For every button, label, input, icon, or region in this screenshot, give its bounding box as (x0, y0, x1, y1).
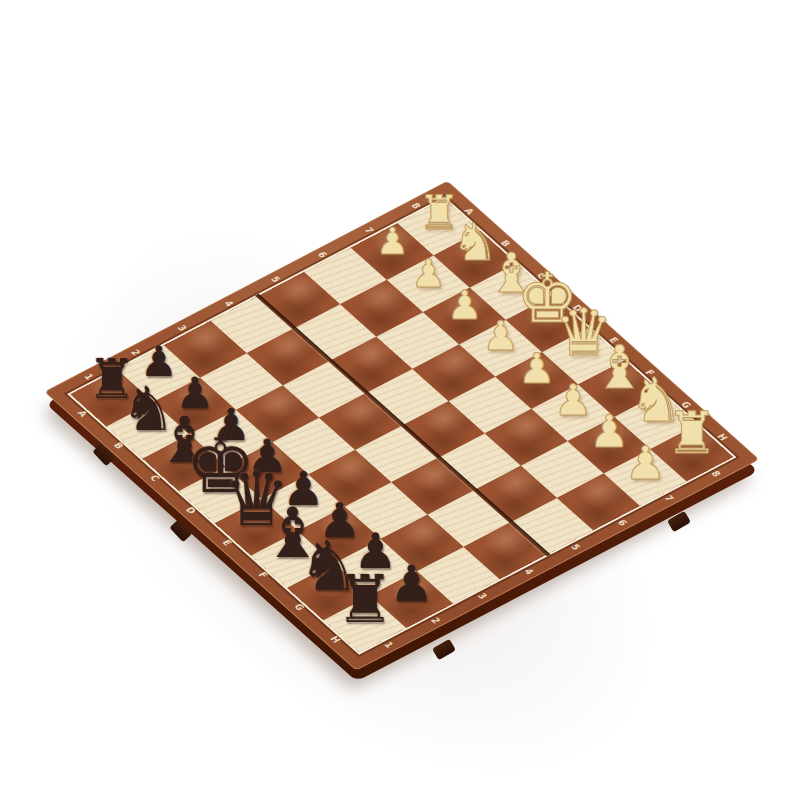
file-label-near-f: F (256, 571, 269, 579)
file-label-near-h: H (328, 635, 342, 644)
rank-label-right-2: 2 (429, 616, 442, 624)
file-label-near-e: E (220, 539, 233, 547)
rank-label-left-2: 2 (129, 348, 142, 356)
file-label-near-a: A (75, 409, 88, 418)
rank-label-left-1: 1 (82, 373, 95, 381)
file-label-far-a: A (462, 207, 475, 216)
rank-label-left-7: 7 (362, 226, 375, 234)
file-label-near-d: D (183, 506, 197, 515)
file-label-far-d: D (571, 303, 585, 312)
product-photo-stage: AABBCCDDEEFFGGHH1122334455667788 ♜♞♝♚♛♝♞… (0, 0, 800, 800)
file-label-near-g: G (292, 603, 306, 612)
rank-label-right-6: 6 (615, 519, 628, 527)
file-label-far-c: C (535, 271, 548, 280)
rank-label-left-5: 5 (269, 275, 282, 283)
rank-label-right-4: 4 (522, 568, 535, 576)
file-label-far-e: E (607, 336, 620, 344)
rank-label-left-4: 4 (222, 300, 235, 308)
file-label-far-g: G (679, 400, 693, 409)
file-label-far-f: F (643, 368, 656, 376)
rank-label-left-8: 8 (409, 202, 422, 210)
rank-label-left-6: 6 (315, 251, 328, 259)
file-label-near-c: C (148, 474, 161, 483)
rank-label-right-1: 1 (382, 641, 395, 649)
file-label-near-b: B (111, 442, 124, 451)
file-label-far-h: H (715, 433, 729, 442)
rank-label-right-7: 7 (662, 494, 675, 502)
rank-label-right-5: 5 (569, 543, 582, 551)
rank-label-left-3: 3 (175, 324, 188, 332)
rank-label-right-8: 8 (709, 470, 722, 478)
file-label-far-b: B (499, 239, 512, 248)
rank-label-right-3: 3 (475, 592, 488, 600)
